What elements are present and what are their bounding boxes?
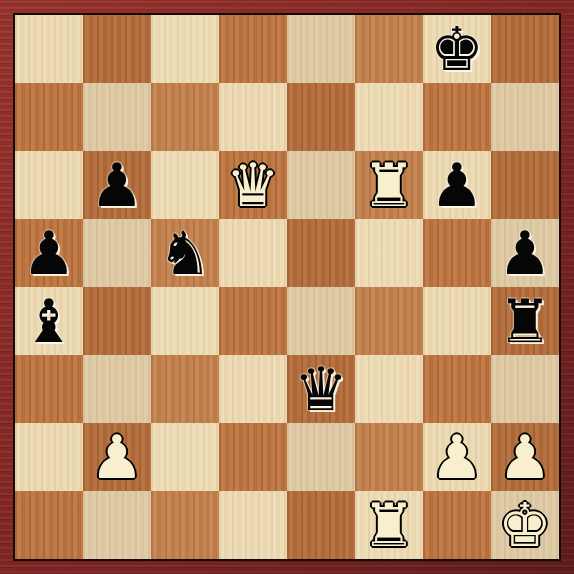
square-f3[interactable] bbox=[355, 355, 423, 423]
square-g8[interactable]: ♚ bbox=[423, 15, 491, 83]
square-h5[interactable]: ♟ bbox=[491, 219, 559, 287]
square-b6[interactable]: ♟ bbox=[83, 151, 151, 219]
square-d1[interactable] bbox=[219, 491, 287, 559]
black-bishop[interactable]: ♝ bbox=[22, 287, 76, 355]
black-king[interactable]: ♚ bbox=[430, 15, 484, 83]
black-pawn[interactable]: ♟ bbox=[90, 151, 144, 219]
square-h8[interactable] bbox=[491, 15, 559, 83]
white-rook[interactable]: ♜ bbox=[362, 491, 416, 559]
white-rook[interactable]: ♜ bbox=[362, 151, 416, 219]
white-queen[interactable]: ♛ bbox=[226, 151, 280, 219]
square-b5[interactable] bbox=[83, 219, 151, 287]
square-a8[interactable] bbox=[15, 15, 83, 83]
square-f1[interactable]: ♜ bbox=[355, 491, 423, 559]
square-g1[interactable] bbox=[423, 491, 491, 559]
square-b4[interactable] bbox=[83, 287, 151, 355]
chess-board: ♚♟♛♜♟♟♞♟♝♜♛♟♟♟♜♚ bbox=[13, 13, 561, 561]
square-e8[interactable] bbox=[287, 15, 355, 83]
square-c4[interactable] bbox=[151, 287, 219, 355]
square-a6[interactable] bbox=[15, 151, 83, 219]
square-e7[interactable] bbox=[287, 83, 355, 151]
square-a3[interactable] bbox=[15, 355, 83, 423]
square-d8[interactable] bbox=[219, 15, 287, 83]
chessboard-screenshot: ♚♟♛♜♟♟♞♟♝♜♛♟♟♟♜♚ bbox=[0, 0, 574, 574]
square-a5[interactable]: ♟ bbox=[15, 219, 83, 287]
board-frame: ♚♟♛♜♟♟♞♟♝♜♛♟♟♟♜♚ bbox=[0, 0, 574, 574]
square-c7[interactable] bbox=[151, 83, 219, 151]
square-g2[interactable]: ♟ bbox=[423, 423, 491, 491]
square-g3[interactable] bbox=[423, 355, 491, 423]
black-queen[interactable]: ♛ bbox=[294, 355, 348, 423]
square-f8[interactable] bbox=[355, 15, 423, 83]
square-f5[interactable] bbox=[355, 219, 423, 287]
square-g7[interactable] bbox=[423, 83, 491, 151]
square-a7[interactable] bbox=[15, 83, 83, 151]
black-rook[interactable]: ♜ bbox=[498, 287, 552, 355]
square-c3[interactable] bbox=[151, 355, 219, 423]
square-g6[interactable]: ♟ bbox=[423, 151, 491, 219]
square-b1[interactable] bbox=[83, 491, 151, 559]
square-c5[interactable]: ♞ bbox=[151, 219, 219, 287]
square-h7[interactable] bbox=[491, 83, 559, 151]
square-c2[interactable] bbox=[151, 423, 219, 491]
square-e5[interactable] bbox=[287, 219, 355, 287]
black-knight[interactable]: ♞ bbox=[158, 219, 212, 287]
square-b8[interactable] bbox=[83, 15, 151, 83]
square-c8[interactable] bbox=[151, 15, 219, 83]
square-b2[interactable]: ♟ bbox=[83, 423, 151, 491]
square-f6[interactable]: ♜ bbox=[355, 151, 423, 219]
square-b7[interactable] bbox=[83, 83, 151, 151]
black-pawn[interactable]: ♟ bbox=[498, 219, 552, 287]
black-pawn[interactable]: ♟ bbox=[22, 219, 76, 287]
square-f7[interactable] bbox=[355, 83, 423, 151]
square-e2[interactable] bbox=[287, 423, 355, 491]
square-a4[interactable]: ♝ bbox=[15, 287, 83, 355]
square-d7[interactable] bbox=[219, 83, 287, 151]
square-h1[interactable]: ♚ bbox=[491, 491, 559, 559]
white-king[interactable]: ♚ bbox=[498, 491, 552, 559]
square-f2[interactable] bbox=[355, 423, 423, 491]
white-pawn[interactable]: ♟ bbox=[498, 423, 552, 491]
square-h6[interactable] bbox=[491, 151, 559, 219]
square-e1[interactable] bbox=[287, 491, 355, 559]
square-h2[interactable]: ♟ bbox=[491, 423, 559, 491]
square-d2[interactable] bbox=[219, 423, 287, 491]
square-e4[interactable] bbox=[287, 287, 355, 355]
square-b3[interactable] bbox=[83, 355, 151, 423]
white-pawn[interactable]: ♟ bbox=[90, 423, 144, 491]
square-g5[interactable] bbox=[423, 219, 491, 287]
black-pawn[interactable]: ♟ bbox=[430, 151, 484, 219]
square-c1[interactable] bbox=[151, 491, 219, 559]
square-e6[interactable] bbox=[287, 151, 355, 219]
square-h3[interactable] bbox=[491, 355, 559, 423]
square-d6[interactable]: ♛ bbox=[219, 151, 287, 219]
square-c6[interactable] bbox=[151, 151, 219, 219]
square-d3[interactable] bbox=[219, 355, 287, 423]
square-d4[interactable] bbox=[219, 287, 287, 355]
square-a1[interactable] bbox=[15, 491, 83, 559]
square-h4[interactable]: ♜ bbox=[491, 287, 559, 355]
square-g4[interactable] bbox=[423, 287, 491, 355]
square-e3[interactable]: ♛ bbox=[287, 355, 355, 423]
white-pawn[interactable]: ♟ bbox=[430, 423, 484, 491]
square-d5[interactable] bbox=[219, 219, 287, 287]
square-f4[interactable] bbox=[355, 287, 423, 355]
square-a2[interactable] bbox=[15, 423, 83, 491]
